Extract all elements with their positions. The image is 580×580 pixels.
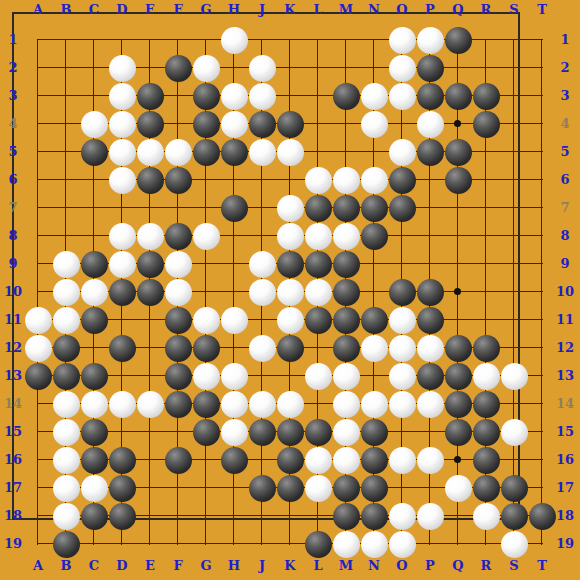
board-point-N7[interactable] xyxy=(360,194,388,222)
board-point-D17[interactable] xyxy=(108,474,136,502)
board-point-L18[interactable] xyxy=(304,502,332,530)
board-point-C18[interactable] xyxy=(80,502,108,530)
board-point-G16[interactable] xyxy=(192,446,220,474)
board-point-M8[interactable] xyxy=(332,222,360,250)
board-point-N13[interactable] xyxy=(360,362,388,390)
board-point-Q12[interactable] xyxy=(444,334,472,362)
board-point-R1[interactable] xyxy=(472,26,500,54)
board-point-F16[interactable] xyxy=(164,446,192,474)
board-point-Q5[interactable] xyxy=(444,138,472,166)
board-point-P1[interactable] xyxy=(416,26,444,54)
board-point-M18[interactable] xyxy=(332,502,360,530)
board-point-O14[interactable] xyxy=(388,390,416,418)
board-point-F18[interactable] xyxy=(164,502,192,530)
board-point-E2[interactable] xyxy=(136,54,164,82)
board-point-A12[interactable] xyxy=(24,334,52,362)
board-point-H18[interactable] xyxy=(220,502,248,530)
board-point-H5[interactable] xyxy=(220,138,248,166)
board-point-J9[interactable] xyxy=(248,250,276,278)
board-point-A1[interactable] xyxy=(24,26,52,54)
board-point-M14[interactable] xyxy=(332,390,360,418)
board-point-H16[interactable] xyxy=(220,446,248,474)
board-point-K17[interactable] xyxy=(276,474,304,502)
board-point-D10[interactable] xyxy=(108,278,136,306)
board-point-R9[interactable] xyxy=(472,250,500,278)
board-point-B18[interactable] xyxy=(52,502,80,530)
board-point-D12[interactable] xyxy=(108,334,136,362)
board-point-J2[interactable] xyxy=(248,54,276,82)
board-point-D11[interactable] xyxy=(108,306,136,334)
board-point-B13[interactable] xyxy=(52,362,80,390)
board-point-L3[interactable] xyxy=(304,82,332,110)
board-point-F2[interactable] xyxy=(164,54,192,82)
board-point-F13[interactable] xyxy=(164,362,192,390)
board-point-F9[interactable] xyxy=(164,250,192,278)
board-point-C4[interactable] xyxy=(80,110,108,138)
go-board[interactable] xyxy=(24,26,556,558)
board-point-O6[interactable] xyxy=(388,166,416,194)
board-point-K6[interactable] xyxy=(276,166,304,194)
board-point-Q3[interactable] xyxy=(444,82,472,110)
board-point-M5[interactable] xyxy=(332,138,360,166)
board-point-B7[interactable] xyxy=(52,194,80,222)
board-point-R11[interactable] xyxy=(472,306,500,334)
board-point-G19[interactable] xyxy=(192,530,220,558)
board-point-S16[interactable] xyxy=(500,446,528,474)
board-point-L1[interactable] xyxy=(304,26,332,54)
board-point-J1[interactable] xyxy=(248,26,276,54)
board-point-J4[interactable] xyxy=(248,110,276,138)
board-point-J17[interactable] xyxy=(248,474,276,502)
board-point-H8[interactable] xyxy=(220,222,248,250)
board-point-R4[interactable] xyxy=(472,110,500,138)
board-point-O15[interactable] xyxy=(388,418,416,446)
board-point-J7[interactable] xyxy=(248,194,276,222)
board-point-G15[interactable] xyxy=(192,418,220,446)
board-point-S18[interactable] xyxy=(500,502,528,530)
board-point-E18[interactable] xyxy=(136,502,164,530)
board-point-M16[interactable] xyxy=(332,446,360,474)
board-point-B15[interactable] xyxy=(52,418,80,446)
board-point-P18[interactable] xyxy=(416,502,444,530)
board-point-K1[interactable] xyxy=(276,26,304,54)
board-point-B2[interactable] xyxy=(52,54,80,82)
board-point-G1[interactable] xyxy=(192,26,220,54)
board-point-H9[interactable] xyxy=(220,250,248,278)
board-point-F10[interactable] xyxy=(164,278,192,306)
board-point-M12[interactable] xyxy=(332,334,360,362)
board-point-P9[interactable] xyxy=(416,250,444,278)
board-point-G12[interactable] xyxy=(192,334,220,362)
board-point-P4[interactable] xyxy=(416,110,444,138)
board-point-Q13[interactable] xyxy=(444,362,472,390)
board-point-O10[interactable] xyxy=(388,278,416,306)
board-point-Q9[interactable] xyxy=(444,250,472,278)
board-point-K3[interactable] xyxy=(276,82,304,110)
board-point-C19[interactable] xyxy=(80,530,108,558)
board-point-P16[interactable] xyxy=(416,446,444,474)
board-point-O4[interactable] xyxy=(388,110,416,138)
board-point-H2[interactable] xyxy=(220,54,248,82)
board-point-H19[interactable] xyxy=(220,530,248,558)
board-point-S4[interactable] xyxy=(500,110,528,138)
board-point-L12[interactable] xyxy=(304,334,332,362)
board-point-K19[interactable] xyxy=(276,530,304,558)
board-point-R14[interactable] xyxy=(472,390,500,418)
board-point-P3[interactable] xyxy=(416,82,444,110)
board-point-N3[interactable] xyxy=(360,82,388,110)
board-point-B14[interactable] xyxy=(52,390,80,418)
board-point-P5[interactable] xyxy=(416,138,444,166)
board-point-N2[interactable] xyxy=(360,54,388,82)
board-point-K14[interactable] xyxy=(276,390,304,418)
board-point-H4[interactable] xyxy=(220,110,248,138)
board-point-C1[interactable] xyxy=(80,26,108,54)
board-point-S15[interactable] xyxy=(500,418,528,446)
board-point-E16[interactable] xyxy=(136,446,164,474)
board-point-A9[interactable] xyxy=(24,250,52,278)
board-point-H7[interactable] xyxy=(220,194,248,222)
board-point-G6[interactable] xyxy=(192,166,220,194)
board-point-D14[interactable] xyxy=(108,390,136,418)
board-point-S5[interactable] xyxy=(500,138,528,166)
board-point-D5[interactable] xyxy=(108,138,136,166)
board-point-C17[interactable] xyxy=(80,474,108,502)
board-point-O3[interactable] xyxy=(388,82,416,110)
board-point-E11[interactable] xyxy=(136,306,164,334)
board-point-O18[interactable] xyxy=(388,502,416,530)
board-point-L6[interactable] xyxy=(304,166,332,194)
board-point-M15[interactable] xyxy=(332,418,360,446)
board-point-K4[interactable] xyxy=(276,110,304,138)
board-point-R12[interactable] xyxy=(472,334,500,362)
board-point-P19[interactable] xyxy=(416,530,444,558)
board-point-A18[interactable] xyxy=(24,502,52,530)
board-point-E10[interactable] xyxy=(136,278,164,306)
board-point-D13[interactable] xyxy=(108,362,136,390)
board-point-C14[interactable] xyxy=(80,390,108,418)
board-point-R5[interactable] xyxy=(472,138,500,166)
board-point-G17[interactable] xyxy=(192,474,220,502)
board-point-H11[interactable] xyxy=(220,306,248,334)
board-point-C3[interactable] xyxy=(80,82,108,110)
board-point-F4[interactable] xyxy=(164,110,192,138)
board-point-G18[interactable] xyxy=(192,502,220,530)
board-point-N18[interactable] xyxy=(360,502,388,530)
board-point-P7[interactable] xyxy=(416,194,444,222)
board-point-O5[interactable] xyxy=(388,138,416,166)
board-point-O7[interactable] xyxy=(388,194,416,222)
board-point-D7[interactable] xyxy=(108,194,136,222)
board-point-A14[interactable] xyxy=(24,390,52,418)
board-point-L11[interactable] xyxy=(304,306,332,334)
board-point-D8[interactable] xyxy=(108,222,136,250)
board-point-J3[interactable] xyxy=(248,82,276,110)
board-point-P13[interactable] xyxy=(416,362,444,390)
board-point-J8[interactable] xyxy=(248,222,276,250)
board-point-F7[interactable] xyxy=(164,194,192,222)
board-point-G14[interactable] xyxy=(192,390,220,418)
board-point-O8[interactable] xyxy=(388,222,416,250)
board-point-O13[interactable] xyxy=(388,362,416,390)
board-point-E6[interactable] xyxy=(136,166,164,194)
board-point-N9[interactable] xyxy=(360,250,388,278)
board-point-J18[interactable] xyxy=(248,502,276,530)
board-point-S2[interactable] xyxy=(500,54,528,82)
board-point-A4[interactable] xyxy=(24,110,52,138)
board-point-M4[interactable] xyxy=(332,110,360,138)
board-point-N17[interactable] xyxy=(360,474,388,502)
board-point-E5[interactable] xyxy=(136,138,164,166)
board-point-K9[interactable] xyxy=(276,250,304,278)
board-point-O2[interactable] xyxy=(388,54,416,82)
board-point-M2[interactable] xyxy=(332,54,360,82)
board-point-K15[interactable] xyxy=(276,418,304,446)
board-point-O9[interactable] xyxy=(388,250,416,278)
board-point-M9[interactable] xyxy=(332,250,360,278)
board-point-B6[interactable] xyxy=(52,166,80,194)
board-point-K16[interactable] xyxy=(276,446,304,474)
board-point-R2[interactable] xyxy=(472,54,500,82)
board-point-N12[interactable] xyxy=(360,334,388,362)
board-point-J6[interactable] xyxy=(248,166,276,194)
board-point-F17[interactable] xyxy=(164,474,192,502)
board-point-R3[interactable] xyxy=(472,82,500,110)
board-point-K18[interactable] xyxy=(276,502,304,530)
board-point-P6[interactable] xyxy=(416,166,444,194)
board-point-R17[interactable] xyxy=(472,474,500,502)
board-point-B9[interactable] xyxy=(52,250,80,278)
board-point-L8[interactable] xyxy=(304,222,332,250)
board-point-H13[interactable] xyxy=(220,362,248,390)
board-point-K2[interactable] xyxy=(276,54,304,82)
board-point-Q17[interactable] xyxy=(444,474,472,502)
board-point-O17[interactable] xyxy=(388,474,416,502)
board-point-C6[interactable] xyxy=(80,166,108,194)
board-point-D16[interactable] xyxy=(108,446,136,474)
board-point-R18[interactable] xyxy=(472,502,500,530)
board-point-D9[interactable] xyxy=(108,250,136,278)
board-point-M1[interactable] xyxy=(332,26,360,54)
board-point-M7[interactable] xyxy=(332,194,360,222)
board-point-G5[interactable] xyxy=(192,138,220,166)
board-point-B16[interactable] xyxy=(52,446,80,474)
board-point-E3[interactable] xyxy=(136,82,164,110)
board-point-H1[interactable] xyxy=(220,26,248,54)
board-point-N10[interactable] xyxy=(360,278,388,306)
board-point-R8[interactable] xyxy=(472,222,500,250)
board-point-F11[interactable] xyxy=(164,306,192,334)
board-point-H3[interactable] xyxy=(220,82,248,110)
board-point-D6[interactable] xyxy=(108,166,136,194)
board-point-A8[interactable] xyxy=(24,222,52,250)
board-point-N1[interactable] xyxy=(360,26,388,54)
board-point-J15[interactable] xyxy=(248,418,276,446)
board-point-E15[interactable] xyxy=(136,418,164,446)
board-point-L9[interactable] xyxy=(304,250,332,278)
board-point-S6[interactable] xyxy=(500,166,528,194)
board-point-D19[interactable] xyxy=(108,530,136,558)
board-point-P10[interactable] xyxy=(416,278,444,306)
board-point-A13[interactable] xyxy=(24,362,52,390)
board-point-S13[interactable] xyxy=(500,362,528,390)
board-point-L7[interactable] xyxy=(304,194,332,222)
board-point-S3[interactable] xyxy=(500,82,528,110)
board-point-A10[interactable] xyxy=(24,278,52,306)
board-point-S19[interactable] xyxy=(500,530,528,558)
board-point-F1[interactable] xyxy=(164,26,192,54)
board-point-F5[interactable] xyxy=(164,138,192,166)
board-point-E17[interactable] xyxy=(136,474,164,502)
board-point-J5[interactable] xyxy=(248,138,276,166)
board-point-L10[interactable] xyxy=(304,278,332,306)
board-point-A11[interactable] xyxy=(24,306,52,334)
board-point-C2[interactable] xyxy=(80,54,108,82)
board-point-R16[interactable] xyxy=(472,446,500,474)
board-point-B17[interactable] xyxy=(52,474,80,502)
board-point-L15[interactable] xyxy=(304,418,332,446)
board-point-S17[interactable] xyxy=(500,474,528,502)
board-point-E9[interactable] xyxy=(136,250,164,278)
board-point-L2[interactable] xyxy=(304,54,332,82)
board-point-S9[interactable] xyxy=(500,250,528,278)
board-point-Q10[interactable] xyxy=(444,278,472,306)
board-point-K12[interactable] xyxy=(276,334,304,362)
board-point-C8[interactable] xyxy=(80,222,108,250)
board-point-P17[interactable] xyxy=(416,474,444,502)
board-point-D4[interactable] xyxy=(108,110,136,138)
board-point-Q14[interactable] xyxy=(444,390,472,418)
board-point-E7[interactable] xyxy=(136,194,164,222)
board-point-C12[interactable] xyxy=(80,334,108,362)
board-point-Q6[interactable] xyxy=(444,166,472,194)
board-point-H14[interactable] xyxy=(220,390,248,418)
board-point-B10[interactable] xyxy=(52,278,80,306)
board-point-E19[interactable] xyxy=(136,530,164,558)
board-point-E14[interactable] xyxy=(136,390,164,418)
board-point-S1[interactable] xyxy=(500,26,528,54)
board-point-Q16[interactable] xyxy=(444,446,472,474)
board-point-R6[interactable] xyxy=(472,166,500,194)
board-point-N4[interactable] xyxy=(360,110,388,138)
board-point-G8[interactable] xyxy=(192,222,220,250)
board-point-F14[interactable] xyxy=(164,390,192,418)
board-point-F8[interactable] xyxy=(164,222,192,250)
board-point-F3[interactable] xyxy=(164,82,192,110)
board-point-J10[interactable] xyxy=(248,278,276,306)
board-point-M6[interactable] xyxy=(332,166,360,194)
board-point-N14[interactable] xyxy=(360,390,388,418)
board-point-J11[interactable] xyxy=(248,306,276,334)
board-point-B3[interactable] xyxy=(52,82,80,110)
board-point-H6[interactable] xyxy=(220,166,248,194)
board-point-Q18[interactable] xyxy=(444,502,472,530)
board-point-K7[interactable] xyxy=(276,194,304,222)
board-point-B4[interactable] xyxy=(52,110,80,138)
board-point-D2[interactable] xyxy=(108,54,136,82)
board-point-A6[interactable] xyxy=(24,166,52,194)
board-point-G7[interactable] xyxy=(192,194,220,222)
board-point-M19[interactable] xyxy=(332,530,360,558)
board-point-L17[interactable] xyxy=(304,474,332,502)
board-point-B19[interactable] xyxy=(52,530,80,558)
board-point-E12[interactable] xyxy=(136,334,164,362)
board-point-S7[interactable] xyxy=(500,194,528,222)
board-point-C9[interactable] xyxy=(80,250,108,278)
board-point-D15[interactable] xyxy=(108,418,136,446)
board-point-O16[interactable] xyxy=(388,446,416,474)
board-point-O11[interactable] xyxy=(388,306,416,334)
board-point-G3[interactable] xyxy=(192,82,220,110)
board-point-S8[interactable] xyxy=(500,222,528,250)
board-point-R19[interactable] xyxy=(472,530,500,558)
board-point-N19[interactable] xyxy=(360,530,388,558)
board-point-C16[interactable] xyxy=(80,446,108,474)
board-point-N15[interactable] xyxy=(360,418,388,446)
board-point-L13[interactable] xyxy=(304,362,332,390)
board-point-Q8[interactable] xyxy=(444,222,472,250)
board-point-K5[interactable] xyxy=(276,138,304,166)
board-point-H12[interactable] xyxy=(220,334,248,362)
board-point-S10[interactable] xyxy=(500,278,528,306)
board-point-L5[interactable] xyxy=(304,138,332,166)
board-point-C7[interactable] xyxy=(80,194,108,222)
board-point-E1[interactable] xyxy=(136,26,164,54)
board-point-S14[interactable] xyxy=(500,390,528,418)
board-point-P15[interactable] xyxy=(416,418,444,446)
board-point-A19[interactable] xyxy=(24,530,52,558)
board-point-L4[interactable] xyxy=(304,110,332,138)
board-point-P2[interactable] xyxy=(416,54,444,82)
board-point-A2[interactable] xyxy=(24,54,52,82)
board-point-D3[interactable] xyxy=(108,82,136,110)
board-point-G9[interactable] xyxy=(192,250,220,278)
board-point-Q15[interactable] xyxy=(444,418,472,446)
board-point-B5[interactable] xyxy=(52,138,80,166)
board-point-R10[interactable] xyxy=(472,278,500,306)
board-point-G4[interactable] xyxy=(192,110,220,138)
board-point-J19[interactable] xyxy=(248,530,276,558)
board-point-E4[interactable] xyxy=(136,110,164,138)
board-point-C5[interactable] xyxy=(80,138,108,166)
board-point-E13[interactable] xyxy=(136,362,164,390)
board-point-K13[interactable] xyxy=(276,362,304,390)
board-point-A15[interactable] xyxy=(24,418,52,446)
board-point-Q1[interactable] xyxy=(444,26,472,54)
board-point-C11[interactable] xyxy=(80,306,108,334)
board-point-F15[interactable] xyxy=(164,418,192,446)
board-point-R7[interactable] xyxy=(472,194,500,222)
board-point-C10[interactable] xyxy=(80,278,108,306)
board-point-M11[interactable] xyxy=(332,306,360,334)
board-point-B8[interactable] xyxy=(52,222,80,250)
board-point-J14[interactable] xyxy=(248,390,276,418)
board-point-B11[interactable] xyxy=(52,306,80,334)
board-point-A3[interactable] xyxy=(24,82,52,110)
board-point-A17[interactable] xyxy=(24,474,52,502)
board-point-L19[interactable] xyxy=(304,530,332,558)
board-point-R15[interactable] xyxy=(472,418,500,446)
board-point-P11[interactable] xyxy=(416,306,444,334)
board-point-N11[interactable] xyxy=(360,306,388,334)
board-point-E8[interactable] xyxy=(136,222,164,250)
board-point-N16[interactable] xyxy=(360,446,388,474)
board-point-J12[interactable] xyxy=(248,334,276,362)
board-point-D1[interactable] xyxy=(108,26,136,54)
board-point-M13[interactable] xyxy=(332,362,360,390)
board-point-F19[interactable] xyxy=(164,530,192,558)
board-point-H17[interactable] xyxy=(220,474,248,502)
